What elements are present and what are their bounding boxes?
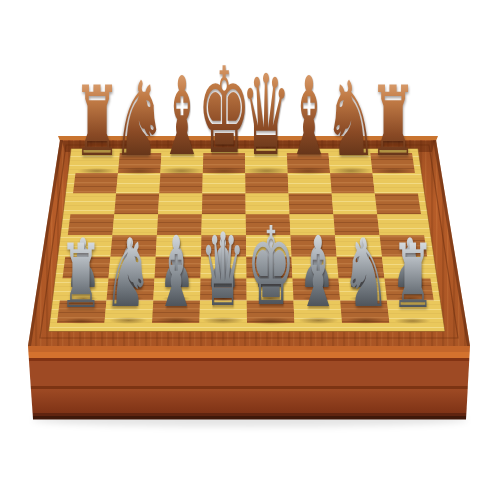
piece-shadow	[298, 317, 339, 324]
piece-shadow	[209, 296, 238, 301]
knight-glyph: ♞	[112, 68, 166, 171]
bishop-glyph: ♝	[155, 223, 197, 321]
piece-shadow	[394, 318, 431, 324]
pawn-glyph: ♟	[346, 230, 381, 298]
king-glyph: ♚	[246, 213, 294, 321]
piece-shadow	[109, 317, 148, 324]
pawn-glyph: ♟	[112, 230, 147, 298]
piece-shadow	[199, 167, 249, 175]
piece-shadow	[116, 296, 145, 301]
piece-shadow	[159, 167, 204, 175]
bishop-glyph: ♝	[297, 223, 339, 321]
piece-shadow	[256, 296, 285, 301]
rook-glyph: ♜	[370, 74, 418, 171]
pawn-glyph: ♟	[66, 230, 101, 298]
piece-shadow	[248, 317, 293, 325]
bishop-glyph: ♝	[286, 63, 332, 171]
piece-shadow	[329, 167, 372, 174]
pawn-glyph: ♟	[159, 230, 194, 298]
piece-shadow	[118, 167, 161, 174]
piece-shadow	[155, 317, 196, 324]
rook-glyph: ♜	[59, 233, 102, 321]
knight-glyph: ♞	[324, 68, 378, 171]
chess-set-photo: ♜♞♝♚♛♝♞♜♟♟♟♟♟♟♟♟♜♞♝♛♚♝♞♜	[0, 0, 500, 500]
pieces-layer: ♜♞♝♚♛♝♞♜♟♟♟♟♟♟♟♟♜♞♝♛♚♝♞♜	[0, 0, 500, 500]
bishop-glyph: ♝	[158, 63, 204, 171]
pawn-glyph: ♟	[299, 230, 334, 298]
king-glyph: ♚	[197, 52, 250, 171]
pawn-glyph: ♟	[392, 230, 427, 298]
piece-shadow	[63, 318, 100, 324]
queen-glyph: ♛	[241, 60, 291, 171]
piece-shadow	[162, 296, 191, 301]
piece-shadow	[373, 168, 414, 175]
knight-glyph: ♞	[104, 227, 153, 321]
pawn-glyph: ♟	[252, 230, 287, 298]
piece-shadow	[202, 317, 244, 324]
piece-shadow	[396, 296, 425, 301]
rook-glyph: ♜	[391, 233, 434, 321]
piece-shadow	[349, 296, 378, 301]
knight-glyph: ♞	[341, 227, 390, 321]
queen-glyph: ♛	[201, 220, 246, 321]
piece-shadow	[243, 167, 290, 175]
piece-shadow	[346, 317, 385, 324]
rook-glyph: ♜	[73, 74, 121, 171]
piece-shadow	[77, 168, 118, 175]
pawn-glyph: ♟	[206, 230, 241, 298]
piece-shadow	[69, 296, 98, 301]
piece-shadow	[302, 296, 331, 301]
piece-shadow	[286, 167, 331, 175]
